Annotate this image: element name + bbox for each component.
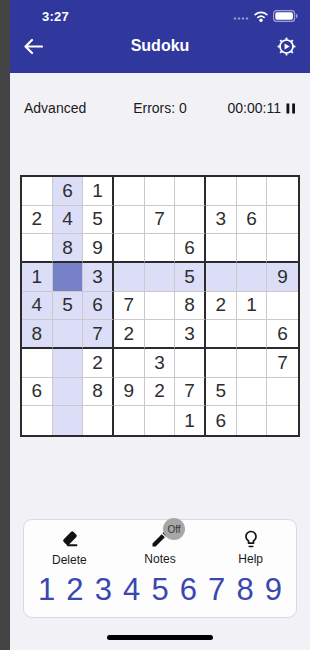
- cell-r5c8[interactable]: 1: [237, 292, 268, 321]
- cell-r5c1[interactable]: 4: [22, 292, 53, 321]
- timer: 00:00:11: [228, 100, 281, 116]
- cell-r2c7[interactable]: 3: [206, 206, 237, 235]
- header: 3:27: [10, 0, 310, 73]
- cell-r1c1[interactable]: [22, 177, 53, 206]
- cell-r6c4[interactable]: 2: [114, 320, 145, 349]
- cell-r8c5[interactable]: 2: [145, 378, 176, 407]
- cell-r3c6[interactable]: 6: [175, 234, 206, 263]
- cell-r6c1[interactable]: 8: [22, 320, 53, 349]
- sudoku-app: 3:27: [10, 0, 310, 650]
- cell-r4c3[interactable]: 3: [83, 263, 114, 292]
- control-panel: Delete Off Notes Help 123456789: [23, 519, 297, 618]
- cell-r4c7[interactable]: [206, 263, 237, 292]
- cell-r1c3[interactable]: 1: [83, 177, 114, 206]
- back-button[interactable]: [23, 38, 43, 55]
- cell-r9c2[interactable]: [53, 406, 84, 435]
- numpad-8[interactable]: 8: [236, 573, 253, 607]
- cell-r7c7[interactable]: [206, 349, 237, 378]
- cell-r4c6[interactable]: 5: [175, 263, 206, 292]
- cell-r1c7[interactable]: [206, 177, 237, 206]
- cell-r8c3[interactable]: 8: [83, 378, 114, 407]
- lightbulb-icon: [241, 529, 261, 549]
- cell-r8c1[interactable]: 6: [22, 378, 53, 407]
- cell-r8c9[interactable]: [267, 378, 298, 407]
- page-title: Sudoku: [10, 37, 310, 55]
- status-time: 3:27: [42, 9, 69, 24]
- cell-r7c2[interactable]: [53, 349, 84, 378]
- game-info-row: Advanced Errors: 0 00:00:11: [10, 100, 310, 116]
- cell-r4c5[interactable]: [145, 263, 176, 292]
- sudoku-board: 61245736896135945678218723623768927516: [20, 175, 300, 437]
- cell-r4c8[interactable]: [237, 263, 268, 292]
- cell-r2c2[interactable]: 4: [53, 206, 84, 235]
- cell-r5c9[interactable]: [267, 292, 298, 321]
- tool-row: Delete Off Notes Help: [24, 529, 296, 567]
- numpad-4[interactable]: 4: [123, 573, 140, 607]
- numpad-5[interactable]: 5: [151, 573, 168, 607]
- battery-icon: [273, 10, 298, 22]
- cell-r1c4[interactable]: [114, 177, 145, 206]
- cell-r3c1[interactable]: [22, 234, 53, 263]
- cell-r5c2[interactable]: 5: [53, 292, 84, 321]
- pause-icon[interactable]: [286, 103, 296, 114]
- cell-r8c8[interactable]: [237, 378, 268, 407]
- cell-r2c9[interactable]: [267, 206, 298, 235]
- gear-play-icon: [276, 36, 297, 57]
- cell-r4c2[interactable]: [53, 263, 84, 292]
- cell-r8c2[interactable]: [53, 378, 84, 407]
- wifi-icon: [253, 10, 269, 22]
- cell-r3c8[interactable]: [237, 234, 268, 263]
- cell-r4c1[interactable]: 1: [22, 263, 53, 292]
- cell-r2c1[interactable]: 2: [22, 206, 53, 235]
- cell-r3c2[interactable]: 8: [53, 234, 84, 263]
- cell-r1c8[interactable]: [237, 177, 268, 206]
- cell-r8c4[interactable]: 9: [114, 378, 145, 407]
- cell-r9c6[interactable]: 1: [175, 406, 206, 435]
- cell-r5c7[interactable]: 2: [206, 292, 237, 321]
- cell-r6c7[interactable]: [206, 320, 237, 349]
- cell-r9c9[interactable]: [267, 406, 298, 435]
- number-pad: 123456789: [24, 567, 296, 607]
- cell-r9c5[interactable]: [145, 406, 176, 435]
- numpad-3[interactable]: 3: [95, 573, 112, 607]
- back-arrow-icon: [23, 38, 43, 55]
- cell-r3c7[interactable]: [206, 234, 237, 263]
- cell-r3c4[interactable]: [114, 234, 145, 263]
- cell-r7c8[interactable]: [237, 349, 268, 378]
- difficulty-label: Advanced: [24, 100, 115, 116]
- notes-off-badge: Off: [163, 518, 185, 540]
- errors-label: Errors:: [133, 100, 175, 116]
- cell-r6c3[interactable]: 7: [83, 320, 114, 349]
- numpad-9[interactable]: 9: [265, 573, 282, 607]
- cell-r6c6[interactable]: 3: [175, 320, 206, 349]
- cell-r2c8[interactable]: 6: [237, 206, 268, 235]
- delete-button[interactable]: Delete: [34, 529, 104, 567]
- cell-r1c6[interactable]: [175, 177, 206, 206]
- cell-r2c4[interactable]: [114, 206, 145, 235]
- cell-r5c5[interactable]: [145, 292, 176, 321]
- notes-button[interactable]: Off Notes: [125, 529, 195, 567]
- cell-r8c6[interactable]: 7: [175, 378, 206, 407]
- cell-r3c3[interactable]: 9: [83, 234, 114, 263]
- help-button[interactable]: Help: [216, 529, 286, 567]
- numpad-6[interactable]: 6: [180, 573, 197, 607]
- eraser-icon: [59, 529, 80, 550]
- cell-r7c5[interactable]: 3: [145, 349, 176, 378]
- cell-r5c6[interactable]: 8: [175, 292, 206, 321]
- cell-r1c5[interactable]: [145, 177, 176, 206]
- nav-bar: Sudoku: [10, 26, 310, 66]
- errors-counter: Errors: 0: [115, 100, 206, 116]
- cell-r8c7[interactable]: 5: [206, 378, 237, 407]
- help-label: Help: [238, 552, 263, 566]
- cell-r6c2[interactable]: [53, 320, 84, 349]
- cell-r7c9[interactable]: 7: [267, 349, 298, 378]
- numpad-2[interactable]: 2: [66, 573, 83, 607]
- cellular-dots-icon: [233, 11, 249, 21]
- cell-r7c3[interactable]: 2: [83, 349, 114, 378]
- settings-button[interactable]: [276, 36, 297, 57]
- home-indicator[interactable]: [107, 635, 213, 640]
- cell-r5c4[interactable]: 7: [114, 292, 145, 321]
- status-bar: 3:27: [10, 0, 310, 26]
- cell-r3c9[interactable]: [267, 234, 298, 263]
- cell-r9c1[interactable]: [22, 406, 53, 435]
- cell-r9c4[interactable]: [114, 406, 145, 435]
- cell-r2c6[interactable]: [175, 206, 206, 235]
- delete-label: Delete: [52, 553, 87, 567]
- cell-r6c8[interactable]: [237, 320, 268, 349]
- cell-r9c7[interactable]: 6: [206, 406, 237, 435]
- cell-r1c9[interactable]: [267, 177, 298, 206]
- cell-r3c5[interactable]: [145, 234, 176, 263]
- numpad-1[interactable]: 1: [38, 573, 55, 607]
- numpad-7[interactable]: 7: [208, 573, 225, 607]
- notes-label: Notes: [144, 552, 175, 566]
- cell-r7c4[interactable]: [114, 349, 145, 378]
- cell-r6c5[interactable]: [145, 320, 176, 349]
- errors-value: 0: [179, 100, 187, 116]
- cell-r9c3[interactable]: [83, 406, 114, 435]
- cell-r4c9[interactable]: 9: [267, 263, 298, 292]
- cell-r5c3[interactable]: 6: [83, 292, 114, 321]
- cell-r7c1[interactable]: [22, 349, 53, 378]
- cell-r2c3[interactable]: 5: [83, 206, 114, 235]
- cell-r7c6[interactable]: [175, 349, 206, 378]
- cell-r2c5[interactable]: 7: [145, 206, 176, 235]
- cell-r9c8[interactable]: [237, 406, 268, 435]
- cell-r1c2[interactable]: 6: [53, 177, 84, 206]
- cell-r4c4[interactable]: [114, 263, 145, 292]
- cell-r6c9[interactable]: 6: [267, 320, 298, 349]
